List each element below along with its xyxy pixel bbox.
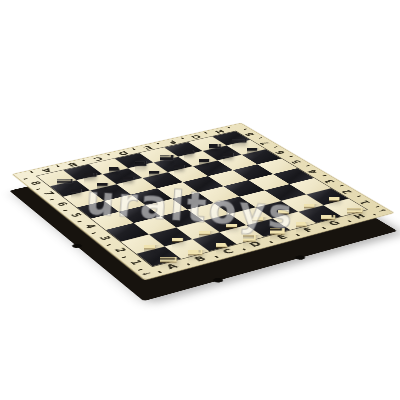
- fold-arrow-icon: →: [375, 208, 389, 214]
- hinge-knob: [293, 255, 306, 261]
- product-photo-scene: ABCDEFGH ABCDEFGH 87654321 87654321 ← → …: [0, 0, 400, 400]
- hinge-knob: [211, 277, 225, 283]
- fold-arrow-icon: ←: [139, 270, 153, 277]
- hinge-knob: [71, 243, 84, 249]
